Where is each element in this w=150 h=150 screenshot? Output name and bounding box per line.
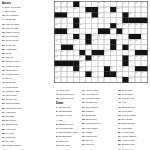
clue-number: 20. (2, 35, 6, 38)
cell-number: 55 (55, 55, 57, 57)
cell-number: 12 (55, 7, 57, 9)
clue-number: 5. (56, 123, 59, 126)
clue-number: 18. (2, 31, 6, 34)
clue-number: 6. (56, 127, 59, 130)
cell-number: 5 (98, 2, 99, 4)
cell-number: 24 (92, 18, 94, 20)
clue-number: 57. (118, 135, 122, 138)
cell-number: 15 (117, 7, 119, 9)
cell-number: 6 (105, 2, 106, 4)
cell-number: 72 (74, 72, 76, 74)
cell-number: 18 (98, 12, 100, 14)
clue-number: 13. (82, 93, 86, 96)
cell-number: 47 (74, 45, 76, 47)
cell-number: 46 (135, 39, 137, 41)
clue-number: 56. (118, 131, 122, 134)
cell-number: 2 (61, 2, 62, 4)
cell-number: 56 (80, 55, 82, 57)
clue-number: 48. (118, 114, 122, 117)
clue-number: 46. (118, 110, 122, 113)
cell-number: 37 (92, 34, 94, 36)
cell-number: 36 (61, 34, 63, 36)
cell-number: 16 (68, 12, 70, 14)
cell-number: 26 (80, 23, 82, 25)
cell-number: 51 (61, 50, 63, 52)
cell-number: 22 (61, 18, 63, 20)
cell-number: 54 (111, 50, 113, 52)
cell-number: 35 (55, 34, 57, 36)
cell-number: 60 (135, 55, 137, 57)
clue-number: 78. (56, 97, 60, 100)
clue-number: 68. (2, 132, 6, 135)
clue-number: 7. (56, 131, 59, 134)
cell-number: 23 (80, 18, 82, 20)
clue-number: 19. (82, 101, 86, 104)
cell-number: 76 (142, 72, 144, 74)
cell-number: 61 (142, 55, 144, 57)
clue-number: 58. (118, 139, 122, 142)
clue-number: 1. (56, 106, 59, 109)
cell-number: 29 (129, 23, 131, 25)
clue-number: 49. (2, 94, 6, 97)
cell-number: 17 (86, 12, 88, 14)
clue-number: 64. (2, 123, 6, 126)
cell-number: 58 (98, 55, 100, 57)
clue-number: 37. (2, 73, 6, 76)
clue-number: 35. (82, 139, 86, 142)
cell-number: 50 (55, 50, 57, 52)
clue-column-4: 38. Scale note39. Lyric poem40. Clumsy o… (118, 88, 148, 150)
cell-number: 31 (142, 23, 144, 25)
clue-number: 38. (118, 89, 122, 92)
clue-number: 53. (2, 102, 6, 105)
cell-number: 66 (61, 66, 63, 68)
cell-number: 53 (105, 50, 107, 52)
clue-number: 27. (2, 56, 6, 59)
clue-number: 41. (2, 77, 6, 80)
cell-number: 3 (68, 2, 69, 4)
clue-number: 22. (82, 110, 86, 113)
cell-number: 13 (74, 7, 76, 9)
cell-number: 77 (55, 77, 57, 79)
clue-number: 23. (2, 44, 6, 47)
cell-number: 7 (117, 2, 118, 4)
clue-number: 14. (2, 18, 6, 21)
cell-number: 67 (68, 66, 70, 68)
clue-number: 10. (56, 144, 60, 147)
cell-number: 40 (117, 34, 119, 36)
clue-number: 73. (2, 144, 6, 147)
clue-number: 34. (2, 65, 6, 68)
cell-number: 70 (123, 66, 125, 68)
clue-item: 61. Gallery fill (118, 147, 148, 150)
cell-number: 44 (117, 39, 119, 41)
clue-number: 25. (2, 48, 6, 51)
clue-number: 44. (2, 86, 6, 89)
crossword-page: 1234567891011121314151617181920212223242… (0, 0, 150, 150)
clue-number: 43. (2, 81, 6, 84)
clue-column-3: 11. Winter flake13. Hive dweller17. Caes… (82, 88, 116, 150)
cell-number: 8 (123, 2, 124, 4)
clue-number: 29. (82, 122, 86, 125)
cell-number: 41 (55, 39, 57, 41)
cell-number: 1 (55, 2, 56, 4)
clue-column-2: 74. Mine find77. Evening meal78. Final p… (56, 88, 80, 150)
cell-number: 74 (117, 72, 119, 74)
clue-number: 71. (2, 140, 6, 143)
clue-number: 47. (2, 90, 6, 93)
clue-number: 33. (82, 135, 86, 138)
clue-item: 36. Gone by (82, 143, 116, 147)
clue-number: 50. (2, 98, 6, 101)
clue-number: 65. (2, 128, 6, 131)
cell-number: 59 (129, 55, 131, 57)
clue-item: 10. Lode load (56, 143, 80, 147)
clue-number: 54. (118, 127, 122, 130)
clue-number: 52. (118, 122, 122, 125)
clue-number: 3. (56, 114, 59, 117)
cell-number: 52 (68, 50, 70, 52)
clue-number: 28. (82, 118, 86, 121)
cell-number: 71 (55, 72, 57, 74)
clue-number: 74. (56, 89, 60, 92)
clue-number: 16. (2, 27, 6, 30)
clue-item: 73. Lamb's mother (2, 144, 53, 148)
clue-number: 12. (2, 14, 6, 17)
clue-number: 35. (2, 69, 6, 72)
cell-number: 21 (55, 18, 57, 20)
cell-number: 68 (80, 66, 82, 68)
cell-number: 42 (74, 39, 76, 41)
clue-number: 24. (82, 114, 86, 117)
clue-number: 21. (82, 106, 86, 109)
cell-number: 57 (92, 55, 94, 57)
cell-number: 4 (80, 2, 81, 4)
cell-number: 14 (98, 7, 100, 9)
cell-number: 10 (135, 2, 137, 4)
clue-number: 39. (118, 93, 122, 96)
clue-number: 77. (56, 93, 60, 96)
clue-number: 11. (82, 89, 86, 92)
clue-number: 31. (82, 131, 86, 134)
clue-number: 9. (56, 139, 59, 142)
cell-number: 78 (129, 77, 131, 79)
clue-number: 57. (2, 111, 6, 114)
clue-number: 15. (2, 23, 6, 26)
cell-number: 19 (111, 12, 113, 14)
cell-number: 43 (92, 39, 94, 41)
cell-number: 49 (129, 45, 131, 47)
clue-column-left: Across1. Gave a pink slip4. Opera solo12… (2, 1, 53, 149)
clue-number: 8. (56, 135, 59, 138)
crossword-grid: 1234567891011121314151617181920212223242… (54, 1, 148, 83)
clue-number: 59. (2, 115, 6, 118)
cell-number: 30 (135, 23, 137, 25)
cell-number: 63 (86, 61, 88, 63)
clue-number: 40. (118, 97, 122, 100)
cell-number: 69 (111, 66, 113, 68)
clue-number: 32. (2, 60, 6, 63)
clue-number: 21. (2, 39, 6, 42)
cell-number: 64 (129, 61, 131, 63)
cell-number: 38 (98, 34, 100, 36)
cell-number: 20 (129, 12, 131, 14)
clue-number: 26. (2, 52, 6, 55)
cell-number: 73 (92, 72, 94, 74)
cell-number: 48 (86, 45, 88, 47)
clue-number: 51. (118, 118, 122, 121)
cell-number: 34 (123, 29, 125, 31)
clue-number: 17. (82, 97, 86, 100)
clue-number: 45. (118, 106, 122, 109)
cell-number: 65 (55, 66, 57, 68)
cell-number: 28 (123, 23, 125, 25)
clue-number: 4. (56, 118, 59, 121)
clue-number: 69. (2, 136, 6, 139)
cell-number: 32 (68, 29, 70, 31)
cell-number: 9 (129, 2, 130, 4)
grid-cell (141, 77, 147, 82)
cell-number: 11 (142, 2, 144, 4)
cell-number: 39 (105, 34, 107, 36)
cell-number: 75 (135, 72, 137, 74)
clue-number: 36. (82, 143, 86, 146)
cell-number: 25 (55, 23, 57, 25)
clue-number: 61. (118, 148, 122, 150)
clue-number: 55. (2, 107, 6, 110)
cell-number: 27 (117, 23, 119, 25)
cell-number: 62 (80, 61, 82, 63)
clue-number: 30. (82, 127, 86, 130)
cell-number: 33 (111, 29, 113, 31)
clue-number: 62. (2, 119, 6, 122)
cell-number: 45 (129, 39, 131, 41)
clue-number: 2. (56, 110, 59, 113)
clue-number: 42. (118, 101, 122, 104)
clue-number: 60. (118, 143, 122, 146)
clue-number: 1. (2, 6, 5, 9)
clue-number: 4. (2, 10, 5, 13)
